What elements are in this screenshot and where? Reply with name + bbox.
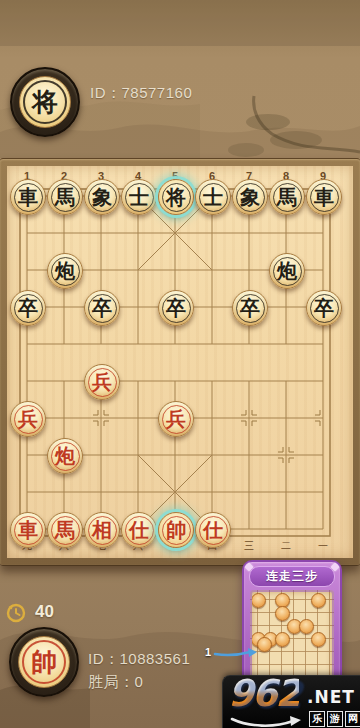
- bottom-player-wins: 胜局：0: [88, 673, 143, 692]
- logo-domain-suffix: .NET: [307, 687, 355, 707]
- bottom-player-id: ID：10883561: [88, 650, 190, 669]
- top-player-id: ID：78577160: [90, 84, 192, 103]
- piece-red-elephant-left[interactable]: 相: [84, 512, 120, 548]
- piece-black-soldier-2[interactable]: 卒: [84, 290, 120, 326]
- piece-red-horse-left[interactable]: 馬: [47, 512, 83, 548]
- file-label-bottom-9: 一: [318, 539, 328, 553]
- piece-black-elephant-left[interactable]: 象: [84, 179, 120, 215]
- mini-piece-11: [257, 637, 272, 652]
- bottom-player-avatar[interactable]: 帥: [9, 627, 79, 697]
- piece-black-advisor-right[interactable]: 士: [195, 179, 231, 215]
- piece-black-soldier-4[interactable]: 卒: [232, 290, 268, 326]
- logo-site-char-1: 乐: [309, 711, 325, 727]
- logo-number: 962: [228, 672, 299, 715]
- piece-red-soldier-a[interactable]: 兵: [10, 401, 46, 437]
- hint-arrow-icon: [213, 646, 259, 660]
- piece-black-soldier-5[interactable]: 卒: [306, 290, 342, 326]
- piece-black-chariot-right[interactable]: 車: [306, 179, 342, 215]
- hint-panel-title: 连走三步: [249, 566, 335, 587]
- piece-black-horse-right[interactable]: 馬: [269, 179, 305, 215]
- timer-value: 40: [35, 602, 54, 622]
- logo-site-char-3: 网: [345, 711, 360, 727]
- move-timer: 40: [4, 600, 54, 624]
- piece-red-cannon-left[interactable]: 炮: [47, 438, 83, 474]
- xiangqi-board: 123456789九八七六五四三二一 車馬象士将士象馬車炮炮卒卒卒卒卒兵兵兵炮車…: [0, 158, 360, 566]
- top-player-avatar[interactable]: 将: [10, 67, 80, 137]
- mini-piece-6: [299, 619, 314, 634]
- piece-black-soldier-3[interactable]: 卒: [158, 290, 194, 326]
- logo-swoosh-arrow: [229, 713, 305, 728]
- piece-red-soldier-e[interactable]: 兵: [158, 401, 194, 437]
- mini-piece-10: [311, 632, 326, 647]
- piece-red-soldier-c[interactable]: 兵: [84, 364, 120, 400]
- step-indicator: 1: [205, 646, 211, 658]
- red-general-avatar-piece: 帥: [18, 636, 70, 688]
- file-label-bottom-7: 三: [244, 539, 254, 553]
- piece-red-chariot-left[interactable]: 車: [10, 512, 46, 548]
- piece-black-chariot-left[interactable]: 車: [10, 179, 46, 215]
- piece-black-cannon-left[interactable]: 炮: [47, 253, 83, 289]
- watermark-logo: 962 .NET 乐游网: [222, 675, 360, 728]
- mini-piece-4: [275, 606, 290, 621]
- timer-clock-icon: [4, 600, 28, 624]
- logo-site-name: 乐游网: [309, 711, 360, 727]
- piece-red-advisor-left[interactable]: 仕: [121, 512, 157, 548]
- mini-piece-9: [275, 632, 290, 647]
- piece-black-soldier-1[interactable]: 卒: [10, 290, 46, 326]
- black-general-avatar-piece: 将: [19, 76, 71, 128]
- mini-piece-1: [251, 593, 266, 608]
- piece-black-general[interactable]: 将: [158, 179, 194, 215]
- piece-black-cannon-right[interactable]: 炮: [269, 253, 305, 289]
- piece-red-advisor-right[interactable]: 仕: [195, 512, 231, 548]
- piece-black-horse-left[interactable]: 馬: [47, 179, 83, 215]
- piece-black-advisor-left[interactable]: 士: [121, 179, 157, 215]
- piece-red-general[interactable]: 帥: [158, 512, 194, 548]
- board-grid: [0, 159, 360, 565]
- game-screen: 将 ID：78577160 123456789九八七六五四三二一 車馬象士将士象…: [0, 0, 360, 728]
- logo-site-char-2: 游: [327, 711, 343, 727]
- mini-piece-3: [311, 593, 326, 608]
- file-label-bottom-8: 二: [281, 539, 291, 553]
- piece-black-elephant-right[interactable]: 象: [232, 179, 268, 215]
